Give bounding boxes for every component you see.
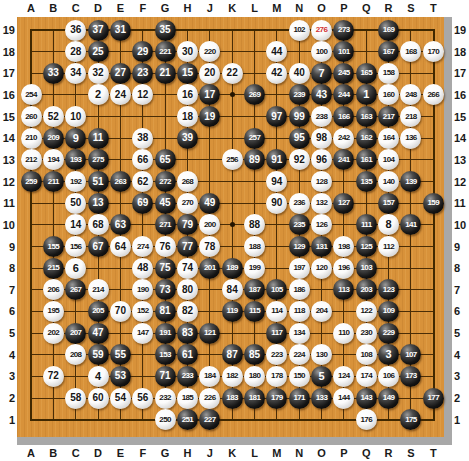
row-label-right-15: 15 bbox=[454, 111, 469, 123]
stone-E9: 64 bbox=[110, 236, 131, 257]
move-number: 103 bbox=[360, 264, 372, 272]
move-number: 48 bbox=[137, 263, 148, 273]
move-number: 64 bbox=[115, 242, 126, 252]
stone-N15: 99 bbox=[289, 106, 310, 127]
move-number: 90 bbox=[271, 198, 282, 208]
move-number: 269 bbox=[249, 91, 261, 99]
move-number: 2 bbox=[95, 89, 101, 100]
move-number: 20 bbox=[204, 68, 215, 78]
move-number: 186 bbox=[293, 286, 305, 294]
stone-B6: 195 bbox=[43, 301, 64, 322]
move-number: 40 bbox=[294, 68, 305, 78]
move-number: 179 bbox=[271, 394, 283, 402]
stone-L2: 181 bbox=[244, 388, 265, 409]
move-number: 266 bbox=[428, 91, 440, 99]
move-number: 251 bbox=[182, 416, 194, 424]
stone-G18: 221 bbox=[155, 41, 176, 62]
col-label-bottom-L: L bbox=[244, 447, 266, 459]
move-number: 38 bbox=[137, 133, 148, 143]
move-number: 106 bbox=[383, 372, 395, 380]
move-number: 205 bbox=[92, 307, 104, 315]
stone-R5: 229 bbox=[378, 323, 399, 344]
stone-E17: 27 bbox=[110, 63, 131, 84]
move-number: 8 bbox=[386, 219, 392, 230]
stone-H15: 18 bbox=[177, 106, 198, 127]
move-number: 136 bbox=[405, 134, 417, 142]
move-number: 268 bbox=[182, 178, 194, 186]
move-number: 50 bbox=[70, 198, 81, 208]
move-number: 254 bbox=[25, 91, 37, 99]
move-number: 139 bbox=[405, 178, 417, 186]
move-number: 204 bbox=[316, 307, 328, 315]
stone-Q9: 125 bbox=[356, 236, 377, 257]
stone-B8: 215 bbox=[43, 258, 64, 279]
stone-Q7: 203 bbox=[356, 279, 377, 300]
move-number: 92 bbox=[294, 155, 305, 165]
stone-N17: 40 bbox=[289, 63, 310, 84]
stone-P19: 273 bbox=[333, 20, 354, 41]
col-label-top-M: M bbox=[266, 2, 288, 14]
move-number: 167 bbox=[383, 48, 395, 56]
move-number: 209 bbox=[48, 134, 60, 142]
move-number: 165 bbox=[360, 69, 372, 77]
row-label-right-11: 11 bbox=[454, 197, 469, 209]
move-number: 235 bbox=[293, 221, 305, 229]
move-number: 239 bbox=[293, 91, 305, 99]
stone-C2: 58 bbox=[65, 388, 86, 409]
row-label-right-7: 7 bbox=[454, 284, 469, 296]
stone-N6: 118 bbox=[289, 301, 310, 322]
row-label-right-5: 5 bbox=[454, 327, 469, 339]
move-number: 152 bbox=[137, 307, 149, 315]
move-number: 27 bbox=[115, 68, 126, 78]
move-number: 18 bbox=[182, 112, 193, 122]
stone-R11: 157 bbox=[378, 193, 399, 214]
move-number: 211 bbox=[48, 178, 59, 186]
row-label-left-9: 9 bbox=[0, 241, 15, 253]
stone-N19: 102 bbox=[289, 20, 310, 41]
stone-E12: 263 bbox=[110, 171, 131, 192]
row-label-left-15: 15 bbox=[0, 111, 15, 123]
move-number: 76 bbox=[160, 242, 171, 252]
move-number: 32 bbox=[92, 68, 103, 78]
row-label-right-8: 8 bbox=[454, 262, 469, 274]
row-label-left-12: 12 bbox=[0, 176, 15, 188]
move-number: 155 bbox=[48, 243, 60, 251]
row-label-left-6: 6 bbox=[0, 305, 15, 317]
stone-B17: 33 bbox=[43, 63, 64, 84]
stone-N7: 186 bbox=[289, 279, 310, 300]
stone-H18: 30 bbox=[177, 41, 198, 62]
move-number: 208 bbox=[70, 351, 82, 359]
move-number: 176 bbox=[360, 416, 372, 424]
row-label-left-16: 16 bbox=[0, 89, 15, 101]
row-label-right-9: 9 bbox=[454, 241, 469, 253]
move-number: 241 bbox=[338, 156, 350, 164]
move-number: 159 bbox=[428, 199, 440, 207]
move-number: 194 bbox=[48, 156, 60, 164]
move-number: 177 bbox=[428, 394, 440, 402]
move-number: 274 bbox=[137, 243, 149, 251]
stone-A13: 212 bbox=[21, 149, 42, 170]
col-label-bottom-S: S bbox=[400, 447, 422, 459]
move-number: 143 bbox=[360, 394, 372, 402]
move-number: 260 bbox=[25, 113, 37, 121]
stone-B9: 155 bbox=[43, 236, 64, 257]
stone-G19: 35 bbox=[155, 20, 176, 41]
move-number: 70 bbox=[115, 306, 126, 316]
stone-H6: 82 bbox=[177, 301, 198, 322]
stone-S1: 175 bbox=[400, 409, 421, 430]
stone-H14: 39 bbox=[177, 128, 198, 149]
move-number: 66 bbox=[137, 155, 148, 165]
move-number: 113 bbox=[338, 286, 349, 294]
col-label-bottom-R: R bbox=[378, 447, 400, 459]
stone-G17: 21 bbox=[155, 63, 176, 84]
stone-K3: 182 bbox=[222, 366, 243, 387]
stone-T2: 177 bbox=[423, 388, 444, 409]
move-number: 130 bbox=[316, 351, 328, 359]
move-number: 161 bbox=[360, 156, 372, 164]
move-number: 114 bbox=[271, 307, 282, 315]
stone-C19: 36 bbox=[65, 20, 86, 41]
goban[interactable]: 3637313510227627316928252922130220441001… bbox=[17, 17, 452, 445]
col-label-bottom-P: P bbox=[333, 447, 355, 459]
move-number: 180 bbox=[249, 372, 261, 380]
stone-H5: 83 bbox=[177, 323, 198, 344]
move-number: 272 bbox=[159, 178, 171, 186]
move-number: 221 bbox=[159, 48, 171, 56]
move-number: 63 bbox=[115, 220, 126, 230]
col-label-top-L: L bbox=[244, 2, 266, 14]
stone-D6: 205 bbox=[88, 301, 109, 322]
move-number: 31 bbox=[115, 25, 126, 35]
stone-P2: 144 bbox=[333, 388, 354, 409]
move-number: 175 bbox=[405, 416, 417, 424]
stone-D2: 60 bbox=[88, 388, 109, 409]
stone-O15: 238 bbox=[311, 106, 332, 127]
move-number: 263 bbox=[115, 178, 127, 186]
move-number: 214 bbox=[92, 286, 104, 294]
move-number: 44 bbox=[271, 47, 282, 57]
move-number: 98 bbox=[316, 133, 327, 143]
stone-O12: 128 bbox=[311, 171, 332, 192]
move-number: 226 bbox=[204, 394, 216, 402]
col-label-top-P: P bbox=[333, 2, 355, 14]
stone-P11: 127 bbox=[333, 193, 354, 214]
stone-R2: 149 bbox=[378, 388, 399, 409]
move-number: 126 bbox=[316, 221, 328, 229]
stone-N2: 171 bbox=[289, 388, 310, 409]
row-label-right-3: 3 bbox=[454, 370, 469, 382]
stone-J2: 226 bbox=[199, 388, 220, 409]
move-number: 69 bbox=[137, 198, 148, 208]
stone-H12: 268 bbox=[177, 171, 198, 192]
stone-J11: 49 bbox=[199, 193, 220, 214]
move-number: 131 bbox=[316, 243, 328, 251]
move-number: 197 bbox=[293, 264, 305, 272]
move-number: 15 bbox=[182, 68, 193, 78]
move-number: 3 bbox=[386, 349, 392, 360]
col-label-bottom-F: F bbox=[132, 447, 154, 459]
stone-E2: 54 bbox=[110, 388, 131, 409]
stone-T18: 170 bbox=[423, 41, 444, 62]
move-number: 37 bbox=[92, 25, 103, 35]
stone-N9: 129 bbox=[289, 236, 310, 257]
stone-B3: 72 bbox=[43, 366, 64, 387]
move-number: 158 bbox=[383, 69, 395, 77]
move-number: 128 bbox=[316, 178, 328, 186]
stone-Q2: 143 bbox=[356, 388, 377, 409]
move-number: 22 bbox=[227, 68, 238, 78]
move-number: 10 bbox=[70, 112, 81, 122]
move-number: 134 bbox=[293, 329, 305, 337]
move-number: 166 bbox=[338, 113, 350, 121]
row-label-left-7: 7 bbox=[0, 284, 15, 296]
move-number: 160 bbox=[383, 91, 395, 99]
stone-R9: 112 bbox=[378, 236, 399, 257]
move-number: 72 bbox=[48, 371, 59, 381]
stone-F5: 147 bbox=[132, 323, 153, 344]
move-number: 5 bbox=[318, 371, 324, 382]
row-label-left-11: 11 bbox=[0, 197, 15, 209]
stone-G9: 76 bbox=[155, 236, 176, 257]
stone-O2: 133 bbox=[311, 388, 332, 409]
stone-J1: 227 bbox=[199, 409, 220, 430]
move-number: 102 bbox=[293, 26, 305, 34]
move-number: 135 bbox=[360, 178, 372, 186]
move-number: 132 bbox=[316, 199, 328, 207]
stone-G11: 45 bbox=[155, 193, 176, 214]
move-number: 110 bbox=[338, 329, 349, 337]
move-number: 168 bbox=[405, 48, 417, 56]
stone-M17: 42 bbox=[266, 63, 287, 84]
row-label-right-12: 12 bbox=[454, 176, 469, 188]
move-number: 217 bbox=[383, 113, 395, 121]
move-number: 181 bbox=[249, 394, 261, 402]
row-label-right-17: 17 bbox=[454, 67, 469, 79]
row-label-right-6: 6 bbox=[454, 305, 469, 317]
col-label-bottom-A: A bbox=[20, 447, 42, 459]
stone-Q6: 122 bbox=[356, 301, 377, 322]
row-label-right-2: 2 bbox=[454, 392, 469, 404]
col-label-bottom-B: B bbox=[42, 447, 64, 459]
col-label-bottom-G: G bbox=[154, 447, 176, 459]
move-number: 4 bbox=[95, 371, 101, 382]
move-number: 51 bbox=[92, 177, 103, 187]
move-number: 29 bbox=[137, 47, 148, 57]
move-number: 59 bbox=[92, 350, 103, 360]
stone-Q12: 135 bbox=[356, 171, 377, 192]
stone-O11: 132 bbox=[311, 193, 332, 214]
stone-D9: 67 bbox=[88, 236, 109, 257]
stone-N14: 95 bbox=[289, 128, 310, 149]
stone-D19: 37 bbox=[88, 20, 109, 41]
stone-L3: 180 bbox=[244, 366, 265, 387]
stone-F14: 38 bbox=[132, 128, 153, 149]
move-number: 117 bbox=[271, 329, 282, 337]
move-number: 256 bbox=[226, 156, 238, 164]
move-number: 271 bbox=[159, 221, 171, 229]
move-number: 232 bbox=[159, 394, 171, 402]
move-number: 275 bbox=[92, 156, 104, 164]
move-number: 202 bbox=[48, 329, 60, 337]
move-number: 39 bbox=[182, 133, 193, 143]
move-number: 250 bbox=[159, 416, 171, 424]
row-label-right-1: 1 bbox=[454, 414, 469, 426]
stone-G10: 271 bbox=[155, 214, 176, 235]
stone-H1: 251 bbox=[177, 409, 198, 430]
move-number: 245 bbox=[338, 69, 350, 77]
move-number: 201 bbox=[204, 264, 216, 272]
row-label-left-1: 1 bbox=[0, 414, 15, 426]
stone-R14: 164 bbox=[378, 128, 399, 149]
stone-Q15: 163 bbox=[356, 106, 377, 127]
move-number: 75 bbox=[160, 263, 171, 273]
move-number: 220 bbox=[204, 48, 216, 56]
move-number: 80 bbox=[182, 285, 193, 295]
col-label-bottom-K: K bbox=[221, 447, 243, 459]
move-number: 193 bbox=[70, 156, 82, 164]
col-label-top-H: H bbox=[176, 2, 198, 14]
col-label-top-S: S bbox=[400, 2, 422, 14]
move-number: 11 bbox=[93, 133, 104, 143]
move-number: 182 bbox=[226, 372, 238, 380]
move-number: 227 bbox=[204, 416, 216, 424]
move-number: 127 bbox=[338, 199, 350, 207]
move-number: 141 bbox=[405, 221, 417, 229]
move-number: 210 bbox=[25, 134, 37, 142]
move-number: 199 bbox=[249, 264, 261, 272]
move-number: 25 bbox=[92, 47, 103, 57]
move-number: 156 bbox=[70, 243, 82, 251]
move-number: 71 bbox=[160, 371, 171, 381]
row-label-right-13: 13 bbox=[454, 154, 469, 166]
move-number: 16 bbox=[182, 90, 193, 100]
move-number: 97 bbox=[271, 112, 282, 122]
move-number: 49 bbox=[204, 198, 215, 208]
stone-K2: 183 bbox=[222, 388, 243, 409]
move-number: 121 bbox=[204, 329, 216, 337]
col-label-bottom-M: M bbox=[266, 447, 288, 459]
move-number: 54 bbox=[115, 393, 126, 403]
stone-E6: 70 bbox=[110, 301, 131, 322]
move-number: 73 bbox=[160, 285, 171, 295]
move-number: 270 bbox=[182, 199, 194, 207]
move-number: 17 bbox=[204, 90, 215, 100]
move-number: 184 bbox=[204, 372, 216, 380]
move-number: 171 bbox=[293, 394, 305, 402]
stone-A14: 210 bbox=[21, 128, 42, 149]
col-label-bottom-Q: Q bbox=[355, 447, 377, 459]
col-label-top-D: D bbox=[87, 2, 109, 14]
move-number: 118 bbox=[294, 307, 305, 315]
row-label-left-8: 8 bbox=[0, 262, 15, 274]
stone-N3: 150 bbox=[289, 366, 310, 387]
move-number: 30 bbox=[182, 47, 193, 57]
move-number: 107 bbox=[405, 351, 417, 359]
move-number: 91 bbox=[271, 155, 282, 165]
stone-D14: 11 bbox=[88, 128, 109, 149]
col-label-top-A: A bbox=[20, 2, 42, 14]
move-number: 67 bbox=[92, 242, 103, 252]
move-number: 65 bbox=[160, 155, 171, 165]
move-number: 195 bbox=[48, 307, 60, 315]
col-label-bottom-H: H bbox=[176, 447, 198, 459]
stone-H9: 77 bbox=[177, 236, 198, 257]
move-number: 112 bbox=[383, 243, 394, 251]
stone-Q4: 108 bbox=[356, 344, 377, 365]
move-number: 109 bbox=[383, 307, 395, 315]
move-number: 28 bbox=[70, 47, 81, 57]
move-number: 183 bbox=[226, 394, 238, 402]
move-number: 149 bbox=[383, 394, 395, 402]
stone-F2: 56 bbox=[132, 388, 153, 409]
move-number: 101 bbox=[338, 48, 350, 56]
move-number: 190 bbox=[137, 286, 149, 294]
row-label-left-18: 18 bbox=[0, 46, 15, 58]
move-number: 162 bbox=[360, 134, 372, 142]
stone-G1: 250 bbox=[155, 409, 176, 430]
move-number: 206 bbox=[48, 286, 60, 294]
stone-F17: 23 bbox=[132, 63, 153, 84]
stone-Q1: 176 bbox=[356, 409, 377, 430]
stone-G5: 191 bbox=[155, 323, 176, 344]
stone-D11: 13 bbox=[88, 193, 109, 214]
move-number: 99 bbox=[294, 112, 305, 122]
row-label-right-10: 10 bbox=[454, 219, 469, 231]
row-label-left-14: 14 bbox=[0, 132, 15, 144]
move-number: 61 bbox=[182, 350, 193, 360]
move-number: 45 bbox=[160, 198, 171, 208]
move-number: 185 bbox=[182, 394, 194, 402]
move-number: 60 bbox=[92, 393, 103, 403]
row-label-right-16: 16 bbox=[454, 89, 469, 101]
move-number: 43 bbox=[316, 90, 327, 100]
stone-G2: 232 bbox=[155, 388, 176, 409]
move-number: 47 bbox=[92, 328, 103, 338]
stone-K8: 189 bbox=[222, 258, 243, 279]
move-number: 276 bbox=[316, 26, 328, 34]
move-number: 62 bbox=[137, 177, 148, 187]
col-label-bottom-T: T bbox=[422, 447, 444, 459]
move-number: 223 bbox=[271, 351, 283, 359]
stone-L9: 188 bbox=[244, 236, 265, 257]
move-number: 218 bbox=[405, 113, 417, 121]
stone-O9: 131 bbox=[311, 236, 332, 257]
stone-J8: 201 bbox=[199, 258, 220, 279]
move-number: 81 bbox=[160, 306, 171, 316]
col-label-bottom-D: D bbox=[87, 447, 109, 459]
move-number: 24 bbox=[115, 90, 126, 100]
stone-C11: 50 bbox=[65, 193, 86, 214]
row-label-left-10: 10 bbox=[0, 219, 15, 231]
move-number: 236 bbox=[293, 199, 305, 207]
move-number: 215 bbox=[48, 264, 60, 272]
move-number: 198 bbox=[338, 243, 350, 251]
stone-C5: 207 bbox=[65, 323, 86, 344]
stone-R19: 169 bbox=[378, 20, 399, 41]
stone-J5: 121 bbox=[199, 323, 220, 344]
stone-K6: 119 bbox=[222, 301, 243, 322]
col-label-bottom-J: J bbox=[199, 447, 221, 459]
stone-L14: 257 bbox=[244, 128, 265, 149]
stone-O3: 5 bbox=[311, 366, 332, 387]
row-label-left-2: 2 bbox=[0, 392, 15, 404]
move-number: 147 bbox=[137, 329, 149, 337]
col-label-top-T: T bbox=[422, 2, 444, 14]
stone-A12: 259 bbox=[21, 171, 42, 192]
